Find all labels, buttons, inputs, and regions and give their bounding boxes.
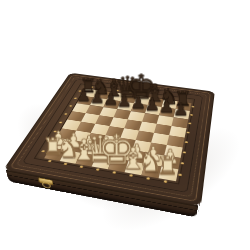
piece-black-pawn[interactable]: ♟ [152, 100, 209, 118]
square-h7[interactable]: ♟ [174, 109, 190, 119]
brass-stud [187, 131, 190, 133]
stud-border: ♜♞♝♛♚♝♞♜♟♟♟♟♟♟♟♟♟♟♟♟♟♟♟♟♜♞♝♛♚♝♞♜ [34, 83, 195, 184]
brass-stud [164, 180, 168, 183]
chess-set: ♜♞♝♛♚♝♞♜♟♟♟♟♟♟♟♟♟♟♟♟♟♟♟♟♜♞♝♛♚♝♞♜ [3, 73, 215, 207]
piece-white-rook[interactable]: ♜ [133, 154, 202, 179]
product-photo: ♜♞♝♛♚♝♞♜♟♟♟♟♟♟♟♟♟♟♟♟♟♟♟♟♜♞♝♛♚♝♞♜ [0, 0, 250, 250]
square-h6[interactable] [171, 117, 188, 128]
square-a5[interactable] [67, 111, 86, 122]
brass-stud [64, 113, 68, 115]
brass-stud [188, 122, 191, 124]
brass-stud [59, 121, 63, 123]
latch-hook [42, 181, 52, 189]
square-h5[interactable] [169, 126, 186, 138]
chess-board: ♜♞♝♛♚♝♞♜♟♟♟♟♟♟♟♟♟♟♟♟♟♟♟♟♜♞♝♛♚♝♞♜ [45, 88, 187, 176]
square-h1[interactable]: ♜ [159, 166, 179, 181]
